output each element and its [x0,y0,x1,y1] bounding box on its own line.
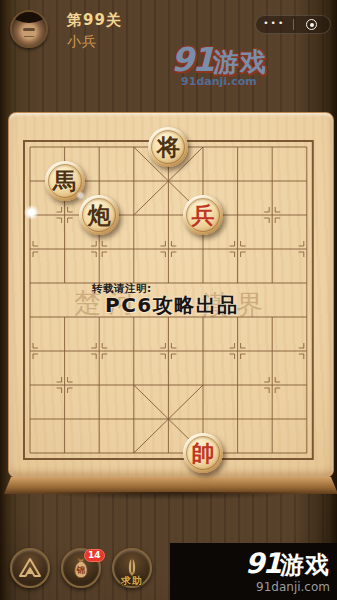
praying-hands-icon [120,556,144,580]
game-screen: 第99关 小兵 ••• 91游戏 91danji.com 楚河 漢界 将馬炮兵帥… [0,0,337,600]
piece-red-soldier[interactable]: 兵 [183,195,223,235]
target-circle-icon [306,19,317,30]
watermark-bottom-brand-num: 91 [245,547,280,580]
watermark-top-brand-cn: 游戏 [213,47,267,77]
piece-red-general[interactable]: 帥 [183,433,223,473]
piece-black-horse[interactable]: 馬 [45,161,85,201]
player-avatar [10,10,48,48]
wechat-capsule: ••• [255,15,331,34]
piece-glyph: 将 [157,135,180,158]
piece-glyph: 炮 [88,203,111,226]
watermark-bottom-brand-cn: 游戏 [280,551,330,579]
chevron-up-icon [17,555,43,581]
board-shadow [6,492,336,502]
piece-glyph: 兵 [192,203,215,226]
level-number: 第99关 [67,13,122,28]
piece-glyph: 馬 [53,169,76,192]
level-name: 小兵 [67,34,122,48]
watermark-top-brand-num: 91 [171,40,213,79]
hint-count-badge: 14 [84,549,105,562]
svg-text:锦: 锦 [76,565,86,575]
piece-glyph: 帥 [192,441,215,464]
watermark-bottom-site: 91danji.com [256,581,330,593]
expand-menu-button[interactable] [10,548,50,588]
more-dots-icon: ••• [263,19,285,28]
level-info: 第99关 小兵 [67,13,122,48]
watermark-bottom: 91游戏 91danji.com [170,543,337,600]
watermark-top-site: 91danji.com [171,75,267,88]
watermark-top: 91游戏 91danji.com [171,40,267,88]
ask-help-button[interactable] [112,548,152,588]
close-miniprogram-button[interactable] [294,16,331,33]
piece-black-cannon[interactable]: 炮 [79,195,119,235]
more-menu-button[interactable]: ••• [256,16,293,33]
